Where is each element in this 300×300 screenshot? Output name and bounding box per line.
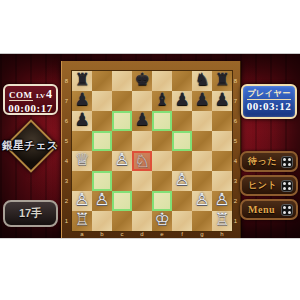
black-pawn: ♟ — [212, 88, 232, 110]
square-a5[interactable] — [72, 131, 92, 151]
square-g8[interactable]: ♞ — [192, 71, 212, 91]
square-e1[interactable]: ♔ — [152, 211, 172, 231]
black-king: ♚ — [132, 68, 152, 90]
square-d8[interactable]: ♚ — [132, 71, 152, 91]
square-d5[interactable] — [132, 131, 152, 151]
app-logo: 銀星チェス — [1, 124, 59, 174]
file-labels: abcdefgh — [72, 231, 232, 238]
player-timer: 00:03:12 — [243, 100, 295, 112]
rank-label: 8 — [62, 71, 71, 91]
rank-label: 8 — [231, 71, 240, 91]
square-c1[interactable] — [112, 211, 132, 231]
black-pawn: ♟ — [172, 88, 192, 110]
white-pawn: ♙ — [72, 188, 92, 210]
black-rook: ♜ — [212, 68, 232, 90]
square-b7[interactable] — [92, 91, 112, 111]
square-d1[interactable] — [132, 211, 152, 231]
square-g1[interactable] — [192, 211, 212, 231]
square-d6[interactable]: ♟ — [132, 111, 152, 131]
chess-board: 87654321 87654321 ♜♚♞♜♟♝♟♟♟♟♟♕♙♘♙♙♙♙♙♖♔♖… — [61, 61, 241, 238]
square-e7[interactable]: ♝ — [152, 91, 172, 111]
square-a4[interactable]: ♕ — [72, 151, 92, 171]
square-a2[interactable]: ♙ — [72, 191, 92, 211]
square-b2[interactable]: ♙ — [92, 191, 112, 211]
menu-button[interactable]: Menu — [240, 199, 298, 220]
square-h7[interactable]: ♟ — [212, 91, 232, 111]
square-h3[interactable] — [212, 171, 232, 191]
rank-label: 2 — [62, 191, 71, 211]
square-h1[interactable]: ♖ — [212, 211, 232, 231]
square-a3[interactable] — [72, 171, 92, 191]
square-a7[interactable]: ♟ — [72, 91, 92, 111]
file-label: e — [152, 231, 172, 238]
file-label: d — [132, 231, 152, 238]
hint-button[interactable]: ヒント — [240, 175, 298, 196]
white-pawn: ♙ — [112, 148, 132, 170]
rank-label: 5 — [231, 131, 240, 151]
rank-label: 2 — [231, 191, 240, 211]
hint-button-label: ヒント — [248, 179, 277, 192]
rank-label: 5 — [62, 131, 71, 151]
player-clock-panel: プレイヤー 00:03:12 — [241, 84, 297, 119]
square-h8[interactable]: ♜ — [212, 71, 232, 91]
square-c7[interactable] — [112, 91, 132, 111]
square-h6[interactable] — [212, 111, 232, 131]
square-g5[interactable] — [192, 131, 212, 151]
black-pawn: ♟ — [72, 88, 92, 110]
white-rook: ♖ — [212, 208, 232, 230]
square-c3[interactable] — [112, 171, 132, 191]
file-label: a — [72, 231, 92, 238]
square-c8[interactable] — [112, 71, 132, 91]
square-b6[interactable] — [92, 111, 112, 131]
undo-button-label: 待った — [248, 155, 277, 168]
gamepad-buttons-icon — [281, 180, 293, 192]
square-h2[interactable]: ♙ — [212, 191, 232, 211]
square-c6[interactable] — [112, 111, 132, 131]
white-pawn: ♙ — [92, 188, 112, 210]
white-king: ♔ — [152, 208, 172, 230]
square-h5[interactable] — [212, 131, 232, 151]
square-f6[interactable] — [172, 111, 192, 131]
white-rook: ♖ — [72, 208, 92, 230]
square-e8[interactable] — [152, 71, 172, 91]
game-screen: 87654321 87654321 ♜♚♞♜♟♝♟♟♟♟♟♕♙♘♙♙♙♙♙♖♔♖… — [0, 53, 300, 239]
square-d3[interactable] — [132, 171, 152, 191]
menu-button-label: Menu — [248, 204, 275, 215]
rank-label: 6 — [62, 111, 71, 131]
rank-label: 7 — [62, 91, 71, 111]
square-b4[interactable] — [92, 151, 112, 171]
white-pawn: ♙ — [212, 188, 232, 210]
square-f1[interactable] — [172, 211, 192, 231]
square-b1[interactable] — [92, 211, 112, 231]
white-pawn: ♙ — [172, 168, 192, 190]
rank-labels-left: 87654321 — [62, 71, 71, 231]
move-counter: 17手 — [3, 200, 58, 227]
square-c2[interactable] — [112, 191, 132, 211]
file-label: h — [212, 231, 232, 238]
square-e2[interactable] — [152, 191, 172, 211]
logo-title: 銀星チェス — [1, 138, 59, 153]
file-label: g — [192, 231, 212, 238]
rank-label: 6 — [231, 111, 240, 131]
board-grid: ♜♚♞♜♟♝♟♟♟♟♟♕♙♘♙♙♙♙♙♖♔♖ — [72, 71, 232, 231]
black-knight: ♞ — [192, 68, 212, 90]
square-f2[interactable] — [172, 191, 192, 211]
rank-label: 4 — [231, 151, 240, 171]
square-h4[interactable] — [212, 151, 232, 171]
black-bishop: ♝ — [152, 88, 172, 110]
rank-label: 1 — [231, 211, 240, 231]
file-label: f — [172, 231, 192, 238]
opponent-level: LV4 — [36, 87, 52, 102]
square-a8[interactable]: ♜ — [72, 71, 92, 91]
undo-button[interactable]: 待った — [240, 151, 298, 172]
rank-labels-right: 87654321 — [231, 71, 240, 231]
square-e4[interactable] — [152, 151, 172, 171]
file-label: b — [92, 231, 112, 238]
square-e3[interactable] — [152, 171, 172, 191]
square-b3[interactable] — [92, 171, 112, 191]
square-f5[interactable] — [172, 131, 192, 151]
opponent-clock-panel: COM LV4 00:00:17 — [3, 84, 58, 115]
square-f8[interactable] — [172, 71, 192, 91]
square-g7[interactable]: ♟ — [192, 91, 212, 111]
square-g2[interactable]: ♙ — [192, 191, 212, 211]
square-c4[interactable]: ♙ — [112, 151, 132, 171]
square-b8[interactable] — [92, 71, 112, 91]
square-f4[interactable] — [172, 151, 192, 171]
opponent-name: COM — [9, 90, 33, 101]
black-rook: ♜ — [72, 68, 92, 90]
square-e5[interactable] — [152, 131, 172, 151]
white-queen: ♕ — [72, 148, 92, 170]
white-pawn: ♙ — [192, 188, 212, 210]
square-e6[interactable] — [152, 111, 172, 131]
white-knight: ♘ — [134, 150, 150, 172]
opponent-timer: 00:00:17 — [5, 102, 56, 114]
black-pawn: ♟ — [192, 88, 212, 110]
gamepad-buttons-icon — [281, 156, 293, 168]
square-d2[interactable] — [132, 191, 152, 211]
square-a1[interactable]: ♖ — [72, 211, 92, 231]
rank-label: 3 — [62, 171, 71, 191]
gamepad-buttons-icon — [281, 204, 293, 216]
square-f7[interactable]: ♟ — [172, 91, 192, 111]
rank-label: 3 — [231, 171, 240, 191]
square-g4[interactable] — [192, 151, 212, 171]
square-g6[interactable] — [192, 111, 212, 131]
square-f3[interactable]: ♙ — [172, 171, 192, 191]
square-d7[interactable] — [132, 91, 152, 111]
square-c5[interactable] — [112, 131, 132, 151]
square-g3[interactable] — [192, 171, 212, 191]
rank-label: 7 — [231, 91, 240, 111]
rank-label: 1 — [62, 211, 71, 231]
black-pawn: ♟ — [132, 108, 152, 130]
file-label: c — [112, 231, 132, 238]
square-a6[interactable]: ♟ — [72, 111, 92, 131]
square-b5[interactable] — [92, 131, 112, 151]
square-d4[interactable]: ♘ — [132, 151, 152, 171]
rank-label: 4 — [62, 151, 71, 171]
player-name: プレイヤー — [247, 88, 290, 100]
black-pawn: ♟ — [72, 108, 92, 130]
